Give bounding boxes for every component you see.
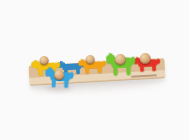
puzzle-piece-green-horse-standing bbox=[106, 51, 137, 76]
puzzle-piece-blue-horse-removed bbox=[45, 66, 75, 88]
photo-canvas bbox=[0, 0, 189, 140]
puzzle-piece-orange-horse bbox=[78, 57, 108, 74]
knob-puzzle-toy bbox=[0, 0, 189, 140]
puzzle-piece-red-horse bbox=[133, 55, 162, 72]
